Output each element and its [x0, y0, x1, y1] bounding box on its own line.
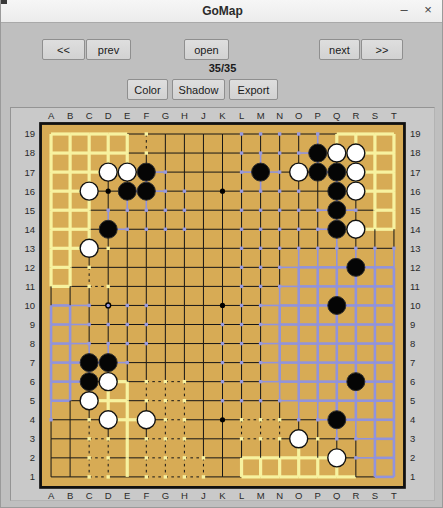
col-label-top: C: [86, 110, 93, 121]
stone-black: [99, 354, 117, 372]
star-point: [220, 189, 225, 194]
row-label-right: 19: [410, 128, 421, 139]
color-button[interactable]: Color: [127, 79, 168, 100]
stone-white: [137, 411, 155, 429]
row-label-left: 10: [24, 300, 35, 311]
row-label-right: 3: [410, 433, 415, 444]
col-label-bottom: L: [239, 490, 244, 500]
row-label-right: 16: [410, 186, 421, 197]
col-label-bottom: S: [372, 490, 378, 500]
star-point: [106, 189, 111, 194]
col-label-top: H: [181, 110, 188, 121]
row-label-right: 10: [410, 300, 421, 311]
stone-black: [99, 220, 117, 238]
stone-white: [347, 182, 365, 200]
next-move-button[interactable]: next: [319, 39, 360, 60]
row-label-right: 6: [410, 376, 415, 387]
col-label-bottom: B: [67, 490, 73, 500]
stone-black: [80, 354, 98, 372]
stone-white: [290, 163, 308, 181]
prev-move-button[interactable]: prev: [86, 39, 131, 60]
col-label-top: F: [143, 110, 149, 121]
row-label-left: 12: [24, 262, 35, 273]
col-label-bottom: N: [276, 490, 283, 500]
open-file-button[interactable]: open: [184, 39, 229, 60]
stone-black: [347, 373, 365, 391]
stone-black: [80, 373, 98, 391]
col-label-top: P: [315, 110, 321, 121]
col-label-bottom: G: [162, 490, 169, 500]
col-label-bottom: T: [391, 490, 397, 500]
col-label-bottom: C: [86, 490, 93, 500]
col-label-top: J: [201, 110, 206, 121]
row-label-left: 9: [30, 319, 35, 330]
stone-white: [80, 239, 98, 257]
row-label-left: 1: [30, 471, 35, 482]
row-label-right: 9: [410, 319, 415, 330]
row-label-right: 18: [410, 147, 421, 158]
window-title: GoMap: [1, 0, 443, 22]
row-label-left: 4: [30, 414, 35, 425]
go-board[interactable]: AABBCCDDEEFFGGHHJJKKLLMMNNOOPPQQRRSSTT19…: [11, 108, 434, 500]
col-label-top: G: [162, 110, 169, 121]
row-label-right: 11: [410, 281, 420, 292]
row-label-right: 14: [410, 224, 421, 235]
stone-white: [290, 430, 308, 448]
col-label-top: O: [295, 110, 302, 121]
stone-white: [118, 163, 136, 181]
col-label-bottom: K: [219, 490, 226, 500]
title-bar: GoMap – ×: [1, 0, 443, 23]
stone-white: [80, 392, 98, 410]
stone-black: [328, 220, 346, 238]
col-label-bottom: F: [143, 490, 149, 500]
row-label-right: 17: [410, 167, 421, 178]
stone-white: [347, 144, 365, 162]
col-label-bottom: R: [352, 490, 359, 500]
row-label-right: 5: [410, 395, 415, 406]
minimize-button[interactable]: –: [392, 0, 416, 22]
last-move-button[interactable]: >>: [361, 39, 403, 60]
col-label-top: D: [105, 110, 112, 121]
row-label-left: 5: [30, 395, 35, 406]
stone-black: [309, 163, 327, 181]
row-label-left: 2: [30, 452, 35, 463]
col-label-top: A: [48, 110, 55, 121]
row-label-left: 13: [24, 243, 35, 254]
row-label-right: 1: [410, 471, 415, 482]
row-label-right: 15: [410, 205, 421, 216]
first-move-button[interactable]: <<: [42, 39, 85, 60]
row-label-right: 4: [410, 414, 415, 425]
row-label-left: 7: [30, 357, 35, 368]
stone-white: [80, 182, 98, 200]
row-label-right: 7: [410, 357, 415, 368]
stone-white: [347, 163, 365, 181]
row-label-left: 18: [24, 147, 35, 158]
col-label-top: L: [239, 110, 244, 121]
stone-white: [99, 163, 117, 181]
stone-black: [328, 163, 346, 181]
col-label-bottom: J: [201, 490, 206, 500]
col-label-top: K: [219, 110, 226, 121]
star-point: [220, 303, 225, 308]
row-label-left: 16: [24, 186, 35, 197]
stone-white: [328, 449, 346, 467]
row-label-left: 14: [24, 224, 35, 235]
col-label-bottom: P: [315, 490, 321, 500]
col-label-bottom: D: [105, 490, 112, 500]
row-label-right: 12: [410, 262, 421, 273]
col-label-bottom: O: [295, 490, 302, 500]
col-label-top: B: [67, 110, 73, 121]
stone-black: [328, 411, 346, 429]
col-label-top: E: [124, 110, 130, 121]
stone-black: [347, 258, 365, 276]
col-label-bottom: A: [48, 490, 55, 500]
col-label-bottom: M: [257, 490, 265, 500]
shadow-button[interactable]: Shadow: [172, 79, 225, 100]
row-label-left: 3: [30, 433, 35, 444]
col-label-bottom: H: [181, 490, 188, 500]
stone-black: [309, 144, 327, 162]
stone-white: [347, 220, 365, 238]
row-label-right: 2: [410, 452, 415, 463]
stone-black: [328, 296, 346, 314]
col-label-top: Q: [333, 110, 340, 121]
col-label-top: S: [372, 110, 378, 121]
stone-black: [118, 182, 136, 200]
col-label-top: N: [276, 110, 283, 121]
row-label-right: 13: [410, 243, 421, 254]
row-label-left: 6: [30, 376, 35, 387]
move-counter: 35/35: [1, 62, 443, 74]
row-label-left: 19: [24, 128, 35, 139]
row-label-left: 15: [24, 205, 35, 216]
board-panel: AABBCCDDEEFFGGHHJJKKLLMMNNOOPPQQRRSSTT19…: [10, 107, 435, 501]
stone-black: [137, 182, 155, 200]
col-label-bottom: E: [124, 490, 130, 500]
stone-white: [99, 411, 117, 429]
gomap-window: { "window": { "title": "GoMap", "minimiz…: [0, 0, 443, 508]
row-label-left: 8: [30, 338, 35, 349]
row-label-left: 11: [25, 281, 35, 292]
row-label-right: 8: [410, 338, 415, 349]
stone-black: [328, 182, 346, 200]
stone-black: [137, 163, 155, 181]
col-label-bottom: Q: [333, 490, 340, 500]
close-button[interactable]: ×: [416, 0, 440, 22]
col-label-top: M: [257, 110, 265, 121]
stone-black: [252, 163, 270, 181]
export-button[interactable]: Export: [229, 79, 278, 100]
stone-white: [328, 144, 346, 162]
row-label-left: 17: [24, 167, 35, 178]
star-point: [220, 417, 225, 422]
stone-white: [99, 373, 117, 391]
stone-black: [328, 201, 346, 219]
col-label-top: R: [352, 110, 359, 121]
col-label-top: T: [391, 110, 397, 121]
